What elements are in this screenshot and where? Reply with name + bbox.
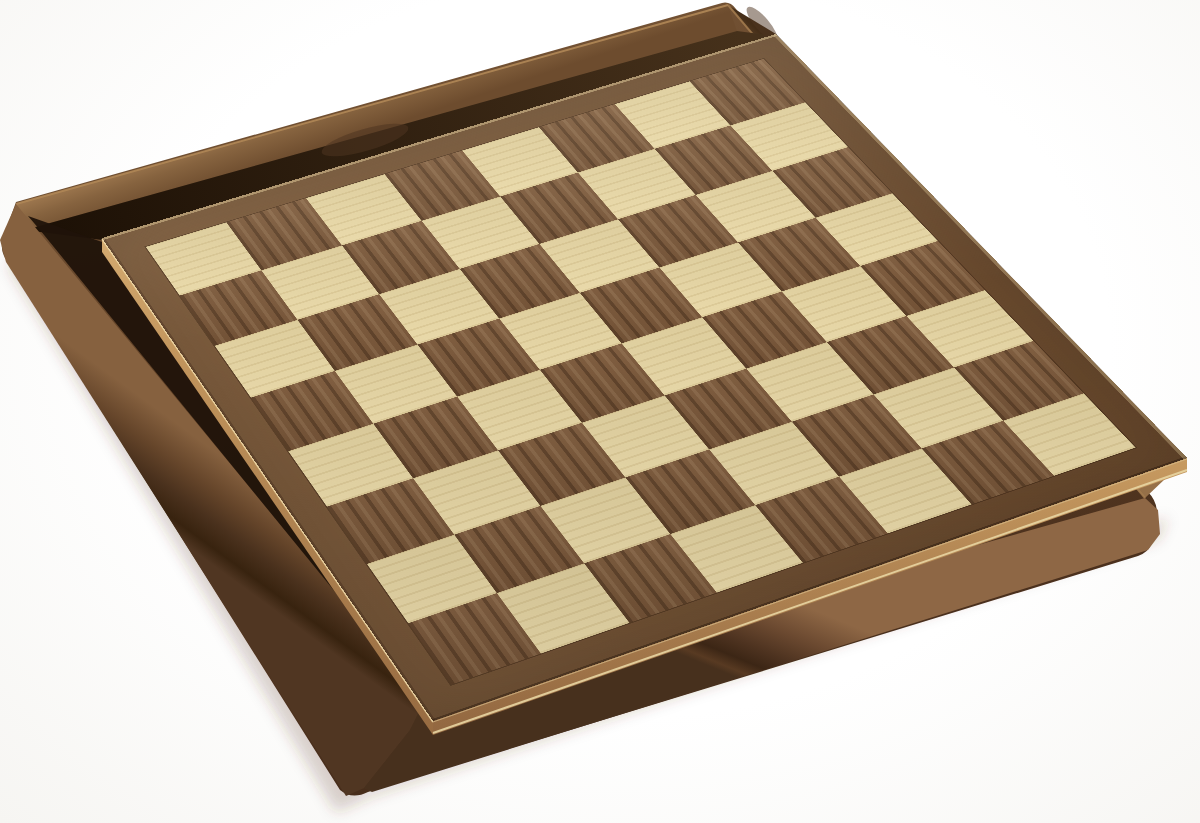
chessboard-product-photo — [0, 0, 1200, 823]
